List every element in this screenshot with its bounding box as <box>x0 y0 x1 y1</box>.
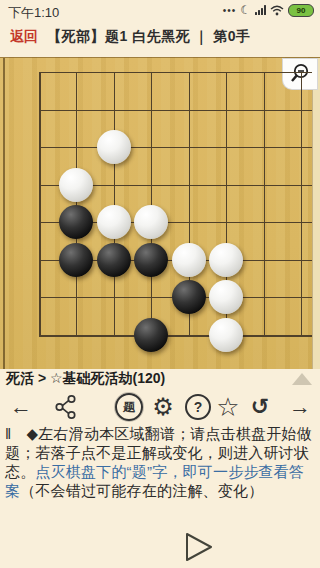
reset-button[interactable]: ↺ <box>246 390 274 424</box>
instructions-text: ‖ ◆左右滑动本区域翻谱；请点击棋盘开始做题；若落子点不是正解或变化，则进入研讨… <box>0 424 320 500</box>
left-arrow-icon: ← <box>10 394 32 420</box>
toolbar: ← 题 ⚙ ? ☆ ↺ → <box>0 390 320 424</box>
question-mark-icon: ? <box>185 394 211 420</box>
stone-black <box>134 318 168 352</box>
stone-black <box>59 243 93 277</box>
stone-black <box>134 243 168 277</box>
previous-move-button[interactable]: ← <box>6 390 36 424</box>
signal-strength-icon <box>255 5 266 15</box>
status-bar: 下午1:10 ••• ☾ 90 <box>0 0 320 22</box>
instructions-part3: （不会错过可能存在的注解、变化） <box>20 482 263 499</box>
favorite-button[interactable]: ☆ <box>213 390 243 424</box>
do-not-disturb-moon-icon: ☾ <box>240 3 251 17</box>
share-button[interactable] <box>52 390 80 424</box>
stone-white <box>172 243 206 277</box>
stone-white <box>134 205 168 239</box>
title-bar: 返回 【死部】题1 白先黑死 ｜ 第0手 <box>0 22 320 52</box>
zoom-out-button[interactable] <box>282 58 318 90</box>
back-button[interactable]: 返回 <box>10 28 38 46</box>
magnifier-minus-icon <box>288 62 312 86</box>
board-hline <box>39 110 313 111</box>
play-triangle-icon <box>180 530 216 564</box>
wifi-icon <box>270 5 284 16</box>
board-vline <box>39 72 41 337</box>
stone-black <box>97 243 131 277</box>
rotate-ccw-icon: ↺ <box>251 394 269 420</box>
board-vline <box>301 72 302 337</box>
board-hline <box>39 335 313 337</box>
board-hline <box>39 147 313 148</box>
settings-button[interactable]: ⚙ <box>149 390 177 424</box>
autoplay-button[interactable] <box>180 530 216 564</box>
stone-white <box>59 168 93 202</box>
breadcrumb-bar: 死活 > ☆基础死活劫(120) <box>0 368 320 390</box>
breadcrumb[interactable]: 死活 > ☆基础死活劫(120) <box>6 370 165 388</box>
next-move-button[interactable]: → <box>285 390 315 424</box>
stone-white <box>97 130 131 164</box>
battery-indicator: 90 <box>288 4 314 17</box>
right-arrow-icon: → <box>289 394 311 420</box>
clock: 下午1:10 <box>8 4 59 22</box>
stone-white <box>209 280 243 314</box>
page-title: 【死部】题1 白先黑死 ｜ 第0手 <box>47 28 250 46</box>
stone-white <box>209 243 243 277</box>
help-button[interactable]: ? <box>184 390 212 424</box>
star-icon: ☆ <box>216 392 239 422</box>
problem-list-button[interactable]: 题 <box>114 390 144 424</box>
ti-badge-icon: 题 <box>115 393 143 421</box>
stone-black <box>172 280 206 314</box>
go-board[interactable] <box>0 57 320 369</box>
board-left-edge <box>3 58 5 369</box>
share-icon <box>54 394 78 420</box>
gear-icon: ⚙ <box>152 393 174 421</box>
stone-white <box>209 318 243 352</box>
collapse-chevron-up-icon[interactable] <box>292 373 312 385</box>
board-hline <box>39 72 313 73</box>
board-vline <box>264 72 265 337</box>
board-right-edge <box>312 58 320 369</box>
stone-white <box>97 205 131 239</box>
notification-dots-icon: ••• <box>223 5 237 16</box>
stone-black <box>59 205 93 239</box>
